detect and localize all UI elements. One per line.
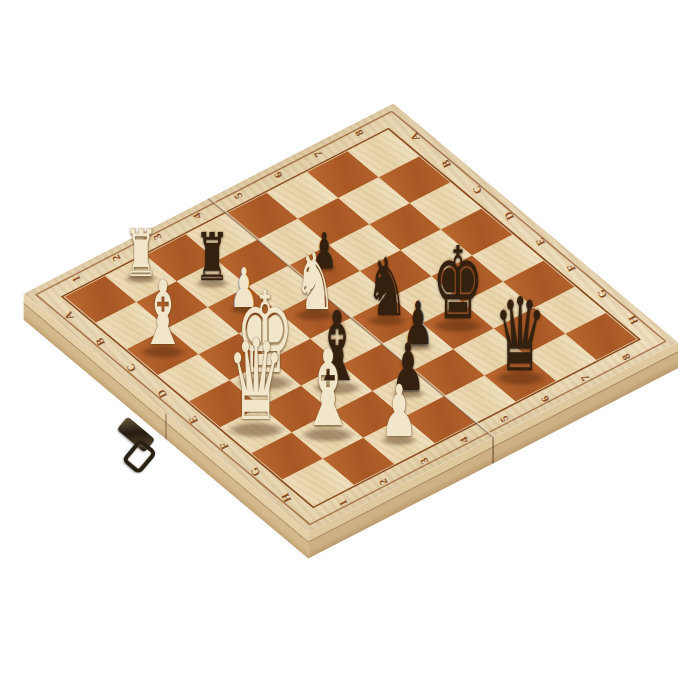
black-rook-glyph: ♜ xyxy=(195,225,229,291)
clasp-loop xyxy=(121,438,157,475)
white-bishop-glyph: ♝ xyxy=(140,269,186,358)
white-pawn-glyph: ♟ xyxy=(380,376,417,448)
black-knight-glyph: ♞ xyxy=(366,247,408,327)
chess-set-photo: 1122334455667788AABBCCDDEEFFGGHH ♜♝♟♞♚♛♝… xyxy=(0,0,700,700)
white-bishop-glyph: ♝ xyxy=(300,337,355,442)
fold-seam-side xyxy=(165,413,166,440)
black-queen-glyph: ♛ xyxy=(494,284,547,385)
black-king-glyph: ♚ xyxy=(432,233,484,333)
fold-seam-side xyxy=(492,437,494,464)
white-queen-glyph: ♛ xyxy=(227,325,285,437)
clasp-latch xyxy=(108,418,164,472)
